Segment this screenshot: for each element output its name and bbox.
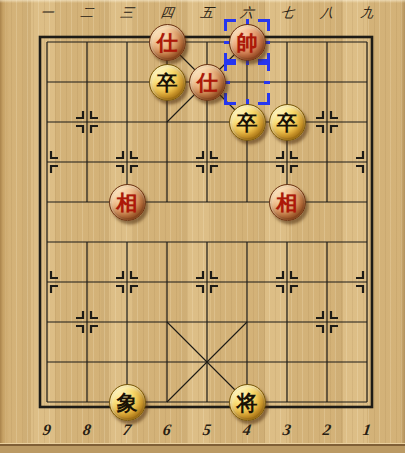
piece-red-general[interactable]: 帥 — [229, 24, 266, 61]
piece-glyph: 卒 — [230, 105, 265, 140]
board-right-bevel — [400, 0, 405, 453]
piece-red-advisor[interactable]: 仕 — [149, 24, 186, 61]
bottom-file-label: 4 — [242, 421, 253, 439]
bottom-file-label: 5 — [202, 421, 213, 439]
bottom-file-label: 9 — [42, 421, 53, 439]
piece-glyph: 象 — [110, 385, 145, 420]
piece-black-general[interactable]: 将 — [229, 384, 266, 421]
piece-glyph: 将 — [230, 385, 265, 420]
top-file-label: 六 — [239, 5, 254, 21]
piece-black-soldier[interactable]: 卒 — [149, 64, 186, 101]
bottom-file-label: 6 — [162, 421, 173, 439]
bottom-file-label: 2 — [322, 421, 333, 439]
piece-glyph: 帥 — [230, 25, 265, 60]
bottom-file-label: 7 — [122, 421, 133, 439]
board-top-bevel — [0, 0, 405, 3]
piece-red-elephant[interactable]: 相 — [109, 184, 146, 221]
piece-glyph: 相 — [110, 185, 145, 220]
piece-black-soldier[interactable]: 卒 — [269, 104, 306, 141]
piece-glyph: 相 — [270, 185, 305, 220]
top-file-label: 九 — [359, 5, 374, 21]
bottom-file-label: 3 — [282, 421, 293, 439]
piece-glyph: 仕 — [190, 65, 225, 100]
top-file-label: 四 — [159, 5, 174, 21]
bottom-file-label: 1 — [362, 421, 373, 439]
top-file-label: 二 — [79, 5, 94, 21]
top-file-label: 一 — [39, 5, 54, 21]
piece-black-soldier[interactable]: 卒 — [229, 104, 266, 141]
board-left-bevel — [0, 0, 9, 453]
top-file-label: 七 — [279, 5, 294, 21]
bottom-file-label: 8 — [82, 421, 93, 439]
xiangqi-board: 一二三四五六七八九 987654321 仕帥卒仕卒卒相相象将 — [0, 0, 405, 453]
piece-glyph: 卒 — [150, 65, 185, 100]
piece-glyph: 卒 — [270, 105, 305, 140]
board-bottom-bevel — [0, 443, 405, 453]
piece-glyph: 仕 — [150, 25, 185, 60]
top-file-label: 八 — [319, 5, 334, 21]
piece-black-elephant[interactable]: 象 — [109, 384, 146, 421]
piece-red-elephant[interactable]: 相 — [269, 184, 306, 221]
piece-red-advisor[interactable]: 仕 — [189, 64, 226, 101]
top-file-label: 三 — [119, 5, 134, 21]
top-file-label: 五 — [199, 5, 214, 21]
